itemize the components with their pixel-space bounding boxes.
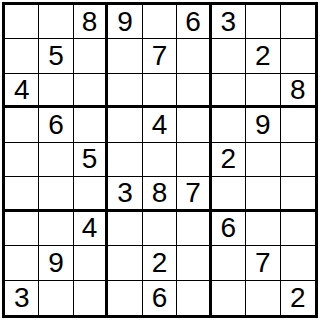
cell-r7c2[interactable] xyxy=(39,212,73,246)
cell-r3c9[interactable]: 8 xyxy=(281,74,315,108)
cell-r7c6[interactable] xyxy=(177,212,211,246)
cell-r7c8[interactable] xyxy=(246,212,280,246)
cell-r2c6[interactable] xyxy=(177,39,211,73)
cell-r7c7[interactable]: 6 xyxy=(212,212,246,246)
cell-r4c1[interactable] xyxy=(5,108,39,142)
cell-r1c6[interactable]: 6 xyxy=(177,5,211,39)
cell-r5c2[interactable] xyxy=(39,143,73,177)
cell-r9c1[interactable]: 3 xyxy=(5,281,39,315)
cell-r2c9[interactable] xyxy=(281,39,315,73)
cell-r6c1[interactable] xyxy=(5,177,39,211)
cell-r4c8[interactable]: 9 xyxy=(246,108,280,142)
cell-r2c8[interactable]: 2 xyxy=(246,39,280,73)
cell-r6c4[interactable]: 3 xyxy=(108,177,142,211)
cell-r3c2[interactable] xyxy=(39,74,73,108)
cell-r5c8[interactable] xyxy=(246,143,280,177)
cell-r9c3[interactable] xyxy=(74,281,108,315)
cell-r1c8[interactable] xyxy=(246,5,280,39)
cell-r9c4[interactable] xyxy=(108,281,142,315)
cell-r8c8[interactable]: 7 xyxy=(246,246,280,280)
cell-r8c1[interactable] xyxy=(5,246,39,280)
cell-r2c7[interactable] xyxy=(212,39,246,73)
cell-r4c3[interactable] xyxy=(74,108,108,142)
sudoku-board: 8963572486495238746927362 xyxy=(2,2,318,318)
cell-r8c9[interactable] xyxy=(281,246,315,280)
cell-r9c2[interactable] xyxy=(39,281,73,315)
cell-r3c6[interactable] xyxy=(177,74,211,108)
cell-r5c1[interactable] xyxy=(5,143,39,177)
cell-r9c6[interactable] xyxy=(177,281,211,315)
cell-r5c4[interactable] xyxy=(108,143,142,177)
cell-r2c1[interactable] xyxy=(5,39,39,73)
cell-r1c4[interactable]: 9 xyxy=(108,5,142,39)
cell-r1c1[interactable] xyxy=(5,5,39,39)
cell-r8c4[interactable] xyxy=(108,246,142,280)
cell-r4c5[interactable]: 4 xyxy=(143,108,177,142)
cell-r6c3[interactable] xyxy=(74,177,108,211)
cell-r9c9[interactable]: 2 xyxy=(281,281,315,315)
cell-r8c2[interactable]: 9 xyxy=(39,246,73,280)
cell-r7c1[interactable] xyxy=(5,212,39,246)
cell-r4c2[interactable]: 6 xyxy=(39,108,73,142)
cell-r3c8[interactable] xyxy=(246,74,280,108)
cell-r1c7[interactable]: 3 xyxy=(212,5,246,39)
cell-r6c5[interactable]: 8 xyxy=(143,177,177,211)
cell-r7c5[interactable] xyxy=(143,212,177,246)
cell-r8c3[interactable] xyxy=(74,246,108,280)
cell-r4c4[interactable] xyxy=(108,108,142,142)
cell-r8c7[interactable] xyxy=(212,246,246,280)
cell-r2c5[interactable]: 7 xyxy=(143,39,177,73)
cell-r1c2[interactable] xyxy=(39,5,73,39)
cell-r1c5[interactable] xyxy=(143,5,177,39)
cell-r5c3[interactable]: 5 xyxy=(74,143,108,177)
cell-r6c6[interactable]: 7 xyxy=(177,177,211,211)
cell-r9c8[interactable] xyxy=(246,281,280,315)
cell-r6c7[interactable] xyxy=(212,177,246,211)
cell-r2c4[interactable] xyxy=(108,39,142,73)
cell-r1c3[interactable]: 8 xyxy=(74,5,108,39)
cell-r3c5[interactable] xyxy=(143,74,177,108)
cell-r4c6[interactable] xyxy=(177,108,211,142)
cell-r7c4[interactable] xyxy=(108,212,142,246)
cell-r3c3[interactable] xyxy=(74,74,108,108)
cell-r6c2[interactable] xyxy=(39,177,73,211)
cell-r8c5[interactable]: 2 xyxy=(143,246,177,280)
cell-r2c3[interactable] xyxy=(74,39,108,73)
cell-r7c9[interactable] xyxy=(281,212,315,246)
cell-r1c9[interactable] xyxy=(281,5,315,39)
cell-r9c7[interactable] xyxy=(212,281,246,315)
cell-r8c6[interactable] xyxy=(177,246,211,280)
cell-r5c9[interactable] xyxy=(281,143,315,177)
cell-r5c6[interactable] xyxy=(177,143,211,177)
cell-r2c2[interactable]: 5 xyxy=(39,39,73,73)
cell-r5c7[interactable]: 2 xyxy=(212,143,246,177)
cell-r6c8[interactable] xyxy=(246,177,280,211)
cell-r9c5[interactable]: 6 xyxy=(143,281,177,315)
cell-r3c7[interactable] xyxy=(212,74,246,108)
cell-r4c7[interactable] xyxy=(212,108,246,142)
cell-r7c3[interactable]: 4 xyxy=(74,212,108,246)
cell-r6c9[interactable] xyxy=(281,177,315,211)
cell-r3c1[interactable]: 4 xyxy=(5,74,39,108)
cell-r5c5[interactable] xyxy=(143,143,177,177)
sudoku-page: 8963572486495238746927362 xyxy=(0,0,320,320)
cell-r3c4[interactable] xyxy=(108,74,142,108)
cell-r4c9[interactable] xyxy=(281,108,315,142)
